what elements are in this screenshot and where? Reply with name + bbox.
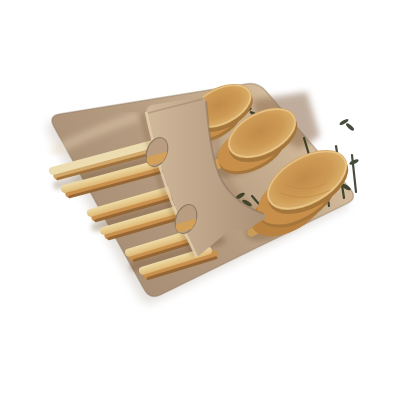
- product-photo: [0, 0, 400, 400]
- photo-canvas: [0, 0, 400, 400]
